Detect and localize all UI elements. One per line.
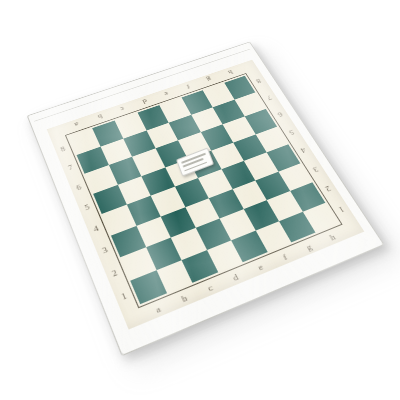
perspective-wrapper: 87654321 87654321 abcdefgh abcdefgh xyxy=(47,60,365,330)
product-photo: 87654321 87654321 abcdefgh abcdefgh xyxy=(0,0,400,400)
